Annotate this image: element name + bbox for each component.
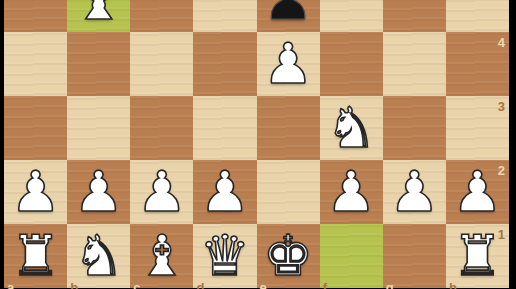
square-e5[interactable]: ♟: [257, 0, 320, 32]
square-h2[interactable]: ♟2: [446, 160, 509, 224]
rank-label-3: 3: [498, 100, 505, 113]
square-g5[interactable]: [383, 0, 446, 32]
white-bishop-b5[interactable]: ♝: [74, 0, 124, 28]
square-h1[interactable]: ♜1h: [446, 224, 509, 288]
black-pawn-e5[interactable]: ♟: [263, 0, 313, 28]
square-d3[interactable]: [193, 96, 256, 160]
square-f5[interactable]: [320, 0, 383, 32]
white-pawn-c2[interactable]: ♟: [137, 164, 187, 220]
white-pawn-a2[interactable]: ♟: [10, 164, 60, 220]
square-e1[interactable]: ♚e: [257, 224, 320, 288]
square-a5[interactable]: [4, 0, 67, 32]
white-pawn-f2[interactable]: ♟: [326, 164, 376, 220]
square-c1[interactable]: ♝c: [130, 224, 193, 288]
file-label-f: f: [323, 281, 327, 289]
square-b3[interactable]: [67, 96, 130, 160]
square-f3[interactable]: ♞: [320, 96, 383, 160]
rank-label-4: 4: [498, 36, 505, 49]
white-king-e1[interactable]: ♚: [263, 228, 313, 284]
white-pawn-h2[interactable]: ♟: [452, 164, 502, 220]
square-a1[interactable]: ♜a: [4, 224, 67, 288]
square-f1[interactable]: f: [320, 224, 383, 288]
square-a4[interactable]: [4, 32, 67, 96]
white-pawn-d2[interactable]: ♟: [200, 164, 250, 220]
file-label-g: g: [386, 281, 394, 289]
square-b2[interactable]: ♟: [67, 160, 130, 224]
square-g4[interactable]: [383, 32, 446, 96]
square-b4[interactable]: [67, 32, 130, 96]
white-knight-b1[interactable]: ♞: [74, 228, 124, 284]
square-g2[interactable]: ♟: [383, 160, 446, 224]
square-b5[interactable]: ♝: [67, 0, 130, 32]
square-f4[interactable]: [320, 32, 383, 96]
white-rook-h1[interactable]: ♜: [452, 228, 502, 284]
square-g3[interactable]: [383, 96, 446, 160]
square-c5[interactable]: [130, 0, 193, 32]
video-frame: ♝♟♟4♞3♟♟♟♟♟♟♟2♜a♞b♝c♛d♚efg♜1h: [0, 0, 516, 289]
square-f2[interactable]: ♟: [320, 160, 383, 224]
white-knight-f3[interactable]: ♞: [326, 100, 376, 156]
square-d2[interactable]: ♟: [193, 160, 256, 224]
square-d4[interactable]: [193, 32, 256, 96]
square-a3[interactable]: [4, 96, 67, 160]
white-queen-d1[interactable]: ♛: [200, 228, 250, 284]
square-c4[interactable]: [130, 32, 193, 96]
square-d5[interactable]: [193, 0, 256, 32]
square-e2[interactable]: [257, 160, 320, 224]
square-b1[interactable]: ♞b: [67, 224, 130, 288]
square-e4[interactable]: ♟: [257, 32, 320, 96]
square-a2[interactable]: ♟: [4, 160, 67, 224]
white-pawn-g2[interactable]: ♟: [389, 164, 439, 220]
square-g1[interactable]: g: [383, 224, 446, 288]
square-e3[interactable]: [257, 96, 320, 160]
chess-board[interactable]: ♝♟♟4♞3♟♟♟♟♟♟♟2♜a♞b♝c♛d♚efg♜1h: [4, 0, 509, 288]
square-h5[interactable]: [446, 0, 509, 32]
white-pawn-e4[interactable]: ♟: [263, 36, 313, 92]
square-h4[interactable]: 4: [446, 32, 509, 96]
square-h3[interactable]: 3: [446, 96, 509, 160]
square-d1[interactable]: ♛d: [193, 224, 256, 288]
white-pawn-b2[interactable]: ♟: [74, 164, 124, 220]
white-rook-a1[interactable]: ♜: [10, 228, 60, 284]
square-c2[interactable]: ♟: [130, 160, 193, 224]
white-bishop-c1[interactable]: ♝: [137, 228, 187, 284]
square-c3[interactable]: [130, 96, 193, 160]
